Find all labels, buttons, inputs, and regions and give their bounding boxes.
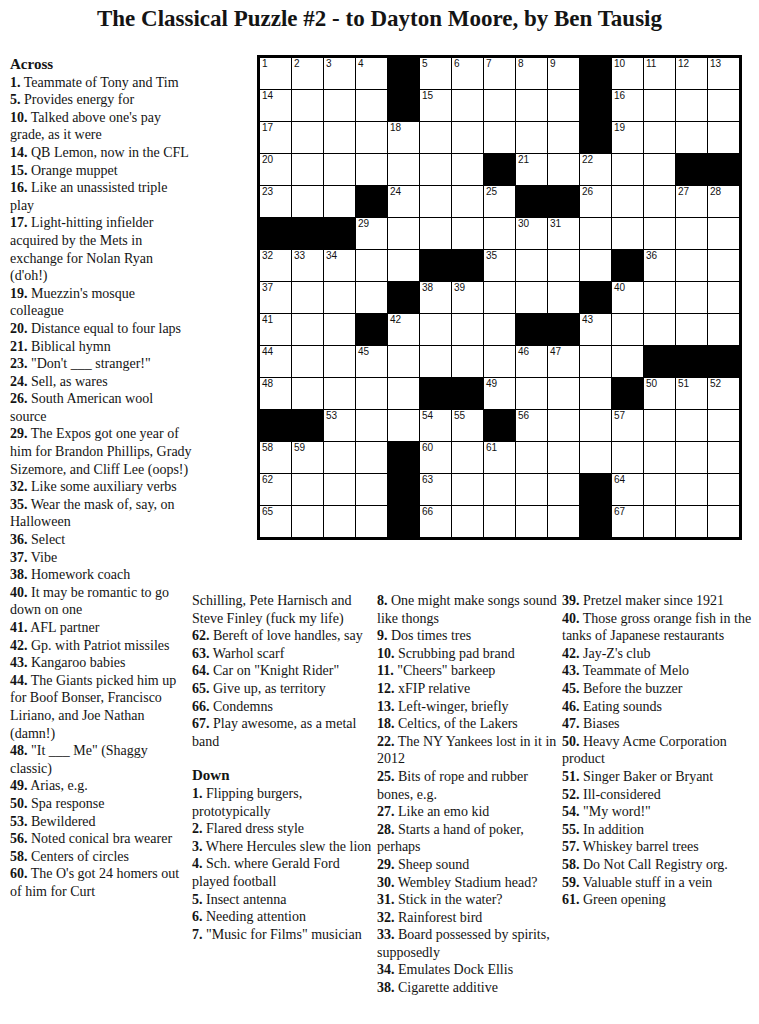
grid-cell-r9c15[interactable]	[708, 314, 739, 345]
grid-cell-r3c7[interactable]	[452, 122, 483, 153]
grid-cell-r13c13[interactable]	[644, 442, 675, 473]
clue-down-12: 12. xFIP relative	[377, 680, 558, 698]
grid-cell-r2c13[interactable]	[644, 90, 675, 121]
grid-cell-r9c14[interactable]	[676, 314, 707, 345]
grid-cell-r3c13[interactable]	[644, 122, 675, 153]
grid-cell-r7c14[interactable]	[676, 250, 707, 281]
clue-down-7: 7. "Music for Films" musician	[192, 926, 373, 944]
grid-cell-r9c11[interactable]: 43	[580, 314, 611, 345]
clue-across-23: 23. "Don't ___ stranger!"	[10, 355, 192, 373]
grid-cell-r12c4[interactable]	[356, 410, 387, 441]
black-cell-r5c10	[548, 186, 579, 217]
grid-cell-r2c12[interactable]: 16	[612, 90, 643, 121]
grid-cell-r5c15[interactable]: 28	[708, 186, 739, 217]
grid-cell-r10c9[interactable]: 46	[516, 346, 547, 377]
grid-cell-r11c5[interactable]	[388, 378, 419, 409]
grid-cell-r8c6[interactable]: 38	[420, 282, 451, 313]
grid-cell-r12c7[interactable]: 55	[452, 410, 483, 441]
grid-cell-r12c15[interactable]	[708, 410, 739, 441]
clue-across-36: 36. Select	[10, 531, 192, 549]
grid-cell-r1c9[interactable]: 8	[516, 58, 547, 89]
grid-cell-r4c10[interactable]	[548, 154, 579, 185]
grid-cell-r3c2[interactable]	[292, 122, 323, 153]
cell-number-24: 24	[390, 186, 401, 197]
grid-cell-r5c5[interactable]: 24	[388, 186, 419, 217]
black-cell-r5c4	[356, 186, 387, 217]
grid-cell-r13c2[interactable]: 59	[292, 442, 323, 473]
grid-cell-r7c2[interactable]: 33	[292, 250, 323, 281]
grid-cell-r13c15[interactable]	[708, 442, 739, 473]
grid-cell-r10c2[interactable]	[292, 346, 323, 377]
grid-cell-r14c13[interactable]	[644, 474, 675, 505]
grid-cell-r4c11[interactable]: 22	[580, 154, 611, 185]
grid-cell-r6c15[interactable]	[708, 218, 739, 249]
grid-cell-r8c2[interactable]	[292, 282, 323, 313]
clue-across-20: 20. Distance equal to four laps	[10, 320, 192, 338]
grid-cell-r8c3[interactable]	[324, 282, 355, 313]
grid-cell-r13c1[interactable]: 58	[260, 442, 291, 473]
grid-cell-r8c8[interactable]	[484, 282, 515, 313]
clue-across-60-continuation: Schilling, Pete Harnisch and Steve Finle…	[192, 592, 373, 627]
grid-cell-r6c14[interactable]	[676, 218, 707, 249]
black-cell-r12c8	[484, 410, 515, 441]
grid-cell-r9c8[interactable]	[484, 314, 515, 345]
grid-cell-r2c6[interactable]: 15	[420, 90, 451, 121]
grid-cell-r14c10[interactable]	[548, 474, 579, 505]
grid-cell-r15c10[interactable]	[548, 506, 579, 537]
cell-number-32: 32	[262, 250, 273, 261]
grid-cell-r12c13[interactable]	[644, 410, 675, 441]
grid-cell-r1c12[interactable]: 10	[612, 58, 643, 89]
grid-cell-r5c8[interactable]: 25	[484, 186, 515, 217]
grid-cell-r10c12[interactable]	[612, 346, 643, 377]
grid-cell-r2c10[interactable]	[548, 90, 579, 121]
grid-cell-r15c6[interactable]: 66	[420, 506, 451, 537]
grid-cell-r13c7[interactable]	[452, 442, 483, 473]
grid-cell-r13c3[interactable]	[324, 442, 355, 473]
clue-across-35: 35. Wear the mask of, say, on Halloween	[10, 496, 192, 531]
black-cell-r4c15	[708, 154, 739, 185]
clue-down-50: 50. Heavy Acme Corporation product	[562, 733, 757, 768]
grid-cell-r4c7[interactable]	[452, 154, 483, 185]
cell-number-14: 14	[262, 90, 273, 101]
grid-cell-r12c11[interactable]	[580, 410, 611, 441]
grid-cell-r2c3[interactable]	[324, 90, 355, 121]
grid-cell-r1c15[interactable]: 13	[708, 58, 739, 89]
grid-cell-r4c1[interactable]: 20	[260, 154, 291, 185]
grid-cell-r8c15[interactable]	[708, 282, 739, 313]
cell-number-18: 18	[390, 122, 401, 133]
clue-down-6: 6. Needing attention	[192, 908, 373, 926]
cell-number-44: 44	[262, 346, 273, 357]
clue-down-11: 11. "Cheers" barkeep	[377, 662, 558, 680]
grid-cell-r6c6[interactable]	[420, 218, 451, 249]
clue-down-10: 10. Scrubbing pad brand	[377, 645, 558, 663]
clue-down-25: 25. Bits of rope and rubber bones, e.g.	[377, 768, 558, 803]
black-cell-r8c5	[388, 282, 419, 313]
grid-cell-r3c5[interactable]: 18	[388, 122, 419, 153]
down-header: Down	[192, 767, 373, 785]
cell-number-2: 2	[294, 58, 300, 69]
grid-cell-r2c9[interactable]	[516, 90, 547, 121]
clue-down-29: 29. Sheep sound	[377, 856, 558, 874]
cell-number-61: 61	[486, 442, 497, 453]
clue-down-22: 22. The NY Yankees lost in it in 2012	[377, 733, 558, 768]
grid-cell-r5c3[interactable]	[324, 186, 355, 217]
cell-number-57: 57	[614, 410, 625, 421]
black-cell-r12c2	[292, 410, 323, 441]
clue-across-29: 29. The Expos got one year of him for Br…	[10, 425, 192, 478]
clue-across-14: 14. QB Lemon, now in the CFL	[10, 144, 192, 162]
grid-cell-r12c14[interactable]	[676, 410, 707, 441]
grid-cell-r6c7[interactable]	[452, 218, 483, 249]
grid-cell-r13c12[interactable]	[612, 442, 643, 473]
clue-down-58: 58. Do Not Call Registry org.	[562, 856, 757, 874]
cell-number-45: 45	[358, 346, 369, 357]
grid-cell-r6c11[interactable]	[580, 218, 611, 249]
grid-cell-r3c15[interactable]	[708, 122, 739, 153]
cell-number-29: 29	[358, 218, 369, 229]
grid-cell-r7c15[interactable]	[708, 250, 739, 281]
grid-cell-r3c3[interactable]	[324, 122, 355, 153]
clue-down-61: 61. Green opening	[562, 891, 757, 909]
grid-cell-r3c10[interactable]	[548, 122, 579, 153]
grid-cell-r1c13[interactable]: 11	[644, 58, 675, 89]
grid-cell-r7c13[interactable]: 36	[644, 250, 675, 281]
grid-cell-r14c9[interactable]	[516, 474, 547, 505]
grid-cell-r1c6[interactable]: 5	[420, 58, 451, 89]
grid-cell-r14c8[interactable]	[484, 474, 515, 505]
grid-cell-r14c4[interactable]	[356, 474, 387, 505]
grid-cell-r2c8[interactable]	[484, 90, 515, 121]
grid-cell-r4c13[interactable]	[644, 154, 675, 185]
clue-across-64: 64. Car on "Knight Rider"	[192, 662, 373, 680]
grid-cell-r15c12[interactable]: 67	[612, 506, 643, 537]
cell-number-43: 43	[582, 314, 593, 325]
grid-cell-r9c5[interactable]: 42	[388, 314, 419, 345]
black-cell-r10c15	[708, 346, 739, 377]
clue-across-26: 26. South American wool source	[10, 390, 192, 425]
grid-cell-r11c3[interactable]	[324, 378, 355, 409]
grid-cell-r5c1[interactable]: 23	[260, 186, 291, 217]
grid-cell-r4c4[interactable]	[356, 154, 387, 185]
black-cell-r10c14	[676, 346, 707, 377]
grid-cell-r2c14[interactable]	[676, 90, 707, 121]
clue-across-43: 43. Kangaroo babies	[10, 654, 192, 672]
grid-cell-r1c10[interactable]: 9	[548, 58, 579, 89]
black-cell-r2c5	[388, 90, 419, 121]
grid-cell-r7c1[interactable]: 32	[260, 250, 291, 281]
grid-cell-r7c3[interactable]: 34	[324, 250, 355, 281]
grid-cell-r13c9[interactable]	[516, 442, 547, 473]
grid-cell-r2c4[interactable]	[356, 90, 387, 121]
clue-down-47: 47. Biases	[562, 715, 757, 733]
grid-cell-r8c12[interactable]: 40	[612, 282, 643, 313]
clue-down-42: 42. Jay-Z's club	[562, 645, 757, 663]
black-cell-r6c2	[292, 218, 323, 249]
grid-cell-r5c2[interactable]	[292, 186, 323, 217]
grid-cell-r3c1[interactable]: 17	[260, 122, 291, 153]
grid-cell-r7c9[interactable]	[516, 250, 547, 281]
grid-cell-r5c6[interactable]	[420, 186, 451, 217]
black-cell-r1c11	[580, 58, 611, 89]
grid-cell-r10c8[interactable]	[484, 346, 515, 377]
black-cell-r1c5	[388, 58, 419, 89]
grid-cell-r4c12[interactable]	[612, 154, 643, 185]
grid-cell-r11c2[interactable]	[292, 378, 323, 409]
cell-number-38: 38	[422, 282, 433, 293]
grid-cell-r10c1[interactable]: 44	[260, 346, 291, 377]
grid-cell-r8c7[interactable]: 39	[452, 282, 483, 313]
puzzle-title: The Classical Puzzle #2 - to Dayton Moor…	[0, 6, 759, 32]
grid-cell-r7c11[interactable]	[580, 250, 611, 281]
grid-cell-r11c14[interactable]: 51	[676, 378, 707, 409]
clue-down-3: 3. Where Hercules slew the lion	[192, 838, 373, 856]
grid-cell-r7c8[interactable]: 35	[484, 250, 515, 281]
cell-number-7: 7	[486, 58, 492, 69]
crossword-page: The Classical Puzzle #2 - to Dayton Moor…	[0, 0, 759, 1024]
cell-number-16: 16	[614, 90, 625, 101]
clue-across-41: 41. AFL partner	[10, 619, 192, 637]
grid-cell-r15c9[interactable]	[516, 506, 547, 537]
cell-number-4: 4	[358, 58, 364, 69]
grid-cell-r12c9[interactable]: 56	[516, 410, 547, 441]
clue-down-55: 55. In addition	[562, 821, 757, 839]
grid-cell-r13c8[interactable]: 61	[484, 442, 515, 473]
grid-cell-r14c1[interactable]: 62	[260, 474, 291, 505]
grid-cell-r13c4[interactable]	[356, 442, 387, 473]
grid-cell-r10c5[interactable]	[388, 346, 419, 377]
grid-cell-r15c2[interactable]	[292, 506, 323, 537]
grid-cell-r6c12[interactable]	[612, 218, 643, 249]
grid-cell-r15c8[interactable]	[484, 506, 515, 537]
grid-cell-r15c7[interactable]	[452, 506, 483, 537]
grid-cell-r10c11[interactable]	[580, 346, 611, 377]
grid-cell-r14c7[interactable]	[452, 474, 483, 505]
grid-cell-r10c3[interactable]	[324, 346, 355, 377]
grid-cell-r9c2[interactable]	[292, 314, 323, 345]
clue-across-50: 50. Spa response	[10, 795, 192, 813]
clue-down-51: 51. Singer Baker or Bryant	[562, 768, 757, 786]
grid-cell-r2c15[interactable]	[708, 90, 739, 121]
cell-number-26: 26	[582, 186, 593, 197]
grid-cell-r5c12[interactable]	[612, 186, 643, 217]
grid-cell-r6c9[interactable]: 30	[516, 218, 547, 249]
grid-cell-r14c6[interactable]: 63	[420, 474, 451, 505]
grid-cell-r6c8[interactable]	[484, 218, 515, 249]
grid-cell-r13c11[interactable]	[580, 442, 611, 473]
grid-cell-r9c3[interactable]	[324, 314, 355, 345]
grid-cell-r6c5[interactable]	[388, 218, 419, 249]
grid-cell-r12c10[interactable]	[548, 410, 579, 441]
grid-cell-r14c12[interactable]: 64	[612, 474, 643, 505]
grid-cell-r14c15[interactable]	[708, 474, 739, 505]
clue-across-44: 44. The Giants picked him up for Boof Bo…	[10, 672, 192, 742]
cell-number-35: 35	[486, 250, 497, 261]
grid-cell-r4c6[interactable]	[420, 154, 451, 185]
cell-number-64: 64	[614, 474, 625, 485]
grid-cell-r5c14[interactable]: 27	[676, 186, 707, 217]
grid-cell-r12c3[interactable]: 53	[324, 410, 355, 441]
grid-cell-r8c9[interactable]	[516, 282, 547, 313]
grid-cell-r2c2[interactable]	[292, 90, 323, 121]
grid-cell-r6c13[interactable]	[644, 218, 675, 249]
grid-cell-r1c4[interactable]: 4	[356, 58, 387, 89]
grid-cell-r10c4[interactable]: 45	[356, 346, 387, 377]
grid-cell-r8c14[interactable]	[676, 282, 707, 313]
clue-column-1: Across 1. Teammate of Tony and Tim5. Pro…	[10, 56, 192, 901]
grid-cell-r3c12[interactable]: 19	[612, 122, 643, 153]
grid-cell-r8c10[interactable]	[548, 282, 579, 313]
grid-cell-r9c13[interactable]	[644, 314, 675, 345]
grid-cell-r13c14[interactable]	[676, 442, 707, 473]
clue-down-27: 27. Like an emo kid	[377, 803, 558, 821]
cell-number-17: 17	[262, 122, 273, 133]
black-cell-r13c5	[388, 442, 419, 473]
grid-cell-r15c13[interactable]	[644, 506, 675, 537]
grid-cell-r11c4[interactable]	[356, 378, 387, 409]
grid-cell-r11c9[interactable]	[516, 378, 547, 409]
grid-cell-r15c15[interactable]	[708, 506, 739, 537]
grid-cell-r6c10[interactable]: 31	[548, 218, 579, 249]
cell-number-9: 9	[550, 58, 556, 69]
cell-number-11: 11	[646, 58, 656, 69]
grid-cell-r10c7[interactable]	[452, 346, 483, 377]
clue-down-1: 1. Flipping burgers, prototypically	[192, 785, 373, 820]
clue-across-37: 37. Vibe	[10, 549, 192, 567]
cell-number-10: 10	[614, 58, 625, 69]
black-cell-r5c9	[516, 186, 547, 217]
grid-cell-r13c6[interactable]: 60	[420, 442, 451, 473]
grid-cell-r2c1[interactable]: 14	[260, 90, 291, 121]
cell-number-53: 53	[326, 410, 337, 421]
grid-cell-r3c6[interactable]	[420, 122, 451, 153]
grid-cell-r11c15[interactable]: 52	[708, 378, 739, 409]
grid-cell-r1c2[interactable]: 2	[292, 58, 323, 89]
grid-cell-r11c11[interactable]	[580, 378, 611, 409]
cell-number-63: 63	[422, 474, 433, 485]
grid-cell-r1c3[interactable]: 3	[324, 58, 355, 89]
cell-number-48: 48	[262, 378, 273, 389]
clue-down-13: 13. Left-winger, briefly	[377, 698, 558, 716]
grid-cell-r3c4[interactable]	[356, 122, 387, 153]
grid-cell-r11c10[interactable]	[548, 378, 579, 409]
grid-cell-r10c6[interactable]	[420, 346, 451, 377]
grid-cell-r8c4[interactable]	[356, 282, 387, 313]
grid-cell-r8c13[interactable]	[644, 282, 675, 313]
cell-number-50: 50	[646, 378, 657, 389]
grid-cell-r7c5[interactable]	[388, 250, 419, 281]
grid-cell-r5c13[interactable]	[644, 186, 675, 217]
grid-cell-r12c5[interactable]	[388, 410, 419, 441]
clue-down-40: 40. Those gross orange fish in the tanks…	[562, 610, 757, 645]
clue-down-38: 38. Cigarette additive	[377, 979, 558, 997]
clue-down-31: 31. Stick in the water?	[377, 891, 558, 909]
grid-cell-r5c7[interactable]	[452, 186, 483, 217]
grid-cell-r10c10[interactable]: 47	[548, 346, 579, 377]
clue-across-60: 60. The O's got 24 homers out of him for…	[10, 865, 192, 900]
black-cell-r12c1	[260, 410, 291, 441]
clue-down-4: 4. Sch. where Gerald Ford played footbal…	[192, 855, 373, 890]
grid-cell-r14c14[interactable]	[676, 474, 707, 505]
clue-down-2: 2. Flared dress style	[192, 820, 373, 838]
grid-cell-r12c6[interactable]: 54	[420, 410, 451, 441]
clue-across-40: 40. It may be romantic to go down on one	[10, 584, 192, 619]
black-cell-r11c6	[420, 378, 451, 409]
black-cell-r8c11	[580, 282, 611, 313]
black-cell-r9c10	[548, 314, 579, 345]
grid-cell-r5c11[interactable]: 26	[580, 186, 611, 217]
black-cell-r9c4	[356, 314, 387, 345]
cell-number-60: 60	[422, 442, 433, 453]
cell-number-46: 46	[518, 346, 529, 357]
cell-number-49: 49	[486, 378, 497, 389]
black-cell-r2c11	[580, 90, 611, 121]
grid-cell-r1c14[interactable]: 12	[676, 58, 707, 89]
across-clue-list: 1. Teammate of Tony and Tim5. Provides e…	[10, 74, 192, 901]
grid-cell-r1c1[interactable]: 1	[260, 58, 291, 89]
grid-cell-r3c8[interactable]	[484, 122, 515, 153]
grid-cell-r15c1[interactable]: 65	[260, 506, 291, 537]
clue-column-3: 8. One might make songs sound like thong…	[377, 592, 558, 997]
grid-cell-r1c8[interactable]: 7	[484, 58, 515, 89]
cell-number-65: 65	[262, 506, 273, 517]
grid-cell-r7c10[interactable]	[548, 250, 579, 281]
cell-number-23: 23	[262, 186, 273, 197]
cell-number-13: 13	[710, 58, 721, 69]
grid-cell-r14c2[interactable]	[292, 474, 323, 505]
grid-cell-r15c14[interactable]	[676, 506, 707, 537]
grid-cell-r11c1[interactable]: 48	[260, 378, 291, 409]
grid-cell-r6c4[interactable]: 29	[356, 218, 387, 249]
grid-cell-r9c12[interactable]	[612, 314, 643, 345]
grid-cell-r4c5[interactable]	[388, 154, 419, 185]
grid-cell-r4c9[interactable]: 21	[516, 154, 547, 185]
grid-cell-r13c10[interactable]	[548, 442, 579, 473]
grid-cell-r11c13[interactable]: 50	[644, 378, 675, 409]
clue-down-43: 43. Teammate of Melo	[562, 662, 757, 680]
clue-across-17: 17. Light-hitting infielder acquired by …	[10, 214, 192, 284]
cell-number-37: 37	[262, 282, 273, 293]
black-cell-r14c11	[580, 474, 611, 505]
grid-cell-r11c8[interactable]: 49	[484, 378, 515, 409]
clue-down-9: 9. Dos times tres	[377, 627, 558, 645]
grid-cell-r2c7[interactable]	[452, 90, 483, 121]
grid-cell-r7c4[interactable]	[356, 250, 387, 281]
grid-cell-r9c7[interactable]	[452, 314, 483, 345]
black-cell-r4c8	[484, 154, 515, 185]
clue-down-54: 54. "My word!"	[562, 803, 757, 821]
grid-cell-r9c6[interactable]	[420, 314, 451, 345]
grid-cell-r3c9[interactable]	[516, 122, 547, 153]
clue-across-24: 24. Sell, as wares	[10, 373, 192, 391]
grid-cell-r14c3[interactable]	[324, 474, 355, 505]
black-cell-r7c12	[612, 250, 643, 281]
grid-cell-r1c7[interactable]: 6	[452, 58, 483, 89]
cell-number-15: 15	[422, 90, 433, 101]
clue-across-56: 56. Noted conical bra wearer	[10, 830, 192, 848]
black-cell-r15c5	[388, 506, 419, 537]
cell-number-12: 12	[678, 58, 689, 69]
grid-cell-r9c1[interactable]: 41	[260, 314, 291, 345]
grid-cell-r3c14[interactable]	[676, 122, 707, 153]
grid-cell-r15c4[interactable]	[356, 506, 387, 537]
grid-cell-r4c2[interactable]	[292, 154, 323, 185]
grid-cell-r4c3[interactable]	[324, 154, 355, 185]
grid-cell-r15c3[interactable]	[324, 506, 355, 537]
grid-cell-r12c12[interactable]: 57	[612, 410, 643, 441]
grid-cell-r8c1[interactable]: 37	[260, 282, 291, 313]
